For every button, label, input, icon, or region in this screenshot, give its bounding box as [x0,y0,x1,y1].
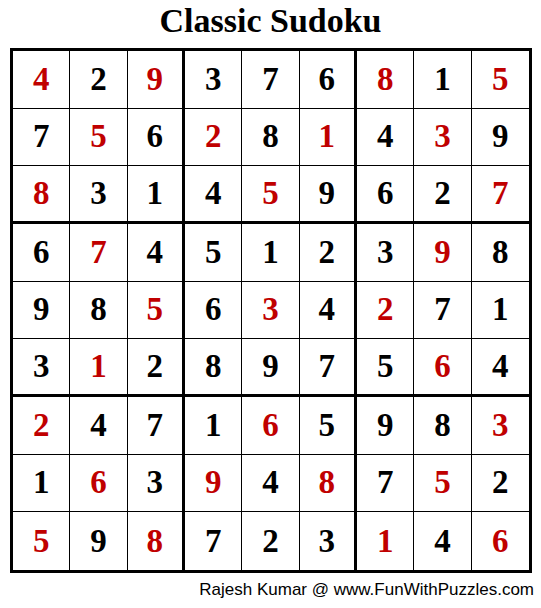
cell-r1c3: 9 [128,51,185,109]
cell-r4c1: 6 [13,224,70,282]
cell-r9c7: 1 [357,512,414,570]
cell-r7c7: 9 [357,397,414,455]
cell-r5c9: 1 [472,282,529,340]
cell-r8c9: 2 [472,455,529,513]
cell-r3c2: 3 [70,166,127,224]
cell-r2c2: 5 [70,109,127,167]
cell-r6c5: 9 [242,339,299,397]
cell-r1c2: 2 [70,51,127,109]
cell-r3c4: 4 [185,166,242,224]
cell-r3c5: 5 [242,166,299,224]
cell-r7c1: 2 [13,397,70,455]
cell-r1c7: 8 [357,51,414,109]
cell-r8c3: 3 [128,455,185,513]
cell-r4c4: 5 [185,224,242,282]
cell-r1c4: 3 [185,51,242,109]
cell-r1c1: 4 [13,51,70,109]
cell-r3c1: 8 [13,166,70,224]
cell-r5c1: 9 [13,282,70,340]
cell-r4c5: 1 [242,224,299,282]
cell-r3c9: 7 [472,166,529,224]
cell-r7c6: 5 [300,397,357,455]
cell-r9c2: 9 [70,512,127,570]
cell-r5c4: 6 [185,282,242,340]
cell-r8c7: 7 [357,455,414,513]
cell-r1c9: 5 [472,51,529,109]
cell-r8c6: 8 [300,455,357,513]
cell-r7c5: 6 [242,397,299,455]
cell-r6c4: 8 [185,339,242,397]
cell-r2c4: 2 [185,109,242,167]
cell-r2c9: 9 [472,109,529,167]
cell-r6c6: 7 [300,339,357,397]
cell-r2c1: 7 [13,109,70,167]
cell-r5c8: 7 [414,282,471,340]
cell-r6c1: 3 [13,339,70,397]
cell-r2c6: 1 [300,109,357,167]
cell-r4c3: 4 [128,224,185,282]
cell-r1c6: 6 [300,51,357,109]
cell-r8c1: 1 [13,455,70,513]
cell-r3c8: 2 [414,166,471,224]
page-title: Classic Sudoku [0,2,541,40]
cell-r2c8: 3 [414,109,471,167]
cell-r5c6: 4 [300,282,357,340]
cell-r4c8: 9 [414,224,471,282]
cell-r3c7: 6 [357,166,414,224]
cell-r9c3: 8 [128,512,185,570]
cell-r1c5: 7 [242,51,299,109]
cell-r4c2: 7 [70,224,127,282]
cell-r9c4: 7 [185,512,242,570]
cell-r7c2: 4 [70,397,127,455]
cell-r6c2: 1 [70,339,127,397]
cell-r4c7: 3 [357,224,414,282]
cell-r7c4: 1 [185,397,242,455]
cell-r7c8: 8 [414,397,471,455]
cell-r8c4: 9 [185,455,242,513]
cell-r4c6: 2 [300,224,357,282]
footer-credit: Rajesh Kumar @ www.FunWithPuzzles.com [199,580,534,600]
cell-r8c2: 6 [70,455,127,513]
cell-r7c3: 7 [128,397,185,455]
cell-r6c7: 5 [357,339,414,397]
sudoku-board: 4293768157562814398314596276745123989856… [10,48,532,573]
cell-r5c5: 3 [242,282,299,340]
sudoku-page: Classic Sudoku 4293768157562814398314596… [0,0,541,608]
cell-r9c8: 4 [414,512,471,570]
cell-r8c5: 4 [242,455,299,513]
cell-r5c3: 5 [128,282,185,340]
cell-r9c9: 6 [472,512,529,570]
cell-r6c3: 2 [128,339,185,397]
cell-r7c9: 3 [472,397,529,455]
cell-r9c5: 2 [242,512,299,570]
cell-r4c9: 8 [472,224,529,282]
cell-r6c9: 4 [472,339,529,397]
cell-r2c5: 8 [242,109,299,167]
cell-r5c7: 2 [357,282,414,340]
cell-r2c3: 6 [128,109,185,167]
cell-r3c6: 9 [300,166,357,224]
cell-r6c8: 6 [414,339,471,397]
cell-r8c8: 5 [414,455,471,513]
cell-r9c6: 3 [300,512,357,570]
cell-r2c7: 4 [357,109,414,167]
cell-r3c3: 1 [128,166,185,224]
cell-r5c2: 8 [70,282,127,340]
cell-r9c1: 5 [13,512,70,570]
cell-r1c8: 1 [414,51,471,109]
